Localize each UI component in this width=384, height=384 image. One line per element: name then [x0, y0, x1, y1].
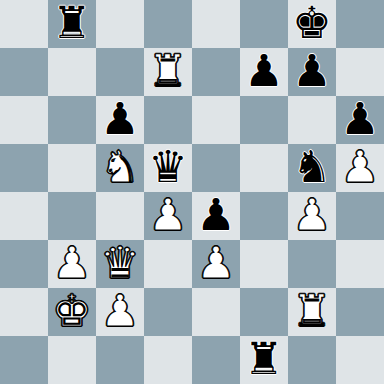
- square-g5[interactable]: ♞: [288, 144, 336, 192]
- square-d1[interactable]: [144, 336, 192, 384]
- chess-board: ♜♚♜♟♟♟♟♞♛♞♟♟♟♟♟♛♟♚♟♜♜: [0, 0, 384, 384]
- square-f8[interactable]: [240, 0, 288, 48]
- square-e4[interactable]: ♟: [192, 192, 240, 240]
- square-f1[interactable]: ♜: [240, 336, 288, 384]
- piece-black-queen[interactable]: ♛: [148, 145, 187, 189]
- square-e5[interactable]: [192, 144, 240, 192]
- square-f4[interactable]: [240, 192, 288, 240]
- square-a7[interactable]: [0, 48, 48, 96]
- square-d5[interactable]: ♛: [144, 144, 192, 192]
- square-a5[interactable]: [0, 144, 48, 192]
- piece-white-pawn[interactable]: ♟: [292, 193, 331, 237]
- square-a8[interactable]: [0, 0, 48, 48]
- square-g1[interactable]: [288, 336, 336, 384]
- square-h7[interactable]: [336, 48, 384, 96]
- square-h2[interactable]: [336, 288, 384, 336]
- square-d4[interactable]: ♟: [144, 192, 192, 240]
- piece-black-pawn[interactable]: ♟: [292, 49, 331, 93]
- square-c7[interactable]: [96, 48, 144, 96]
- piece-white-rook[interactable]: ♜: [148, 49, 187, 93]
- square-e2[interactable]: [192, 288, 240, 336]
- square-f6[interactable]: [240, 96, 288, 144]
- square-c6[interactable]: ♟: [96, 96, 144, 144]
- square-b2[interactable]: ♚: [48, 288, 96, 336]
- square-c5[interactable]: ♞: [96, 144, 144, 192]
- square-h8[interactable]: [336, 0, 384, 48]
- square-h4[interactable]: [336, 192, 384, 240]
- piece-white-rook[interactable]: ♜: [292, 289, 331, 333]
- square-c4[interactable]: [96, 192, 144, 240]
- square-c2[interactable]: ♟: [96, 288, 144, 336]
- square-d3[interactable]: [144, 240, 192, 288]
- square-a3[interactable]: [0, 240, 48, 288]
- square-b7[interactable]: [48, 48, 96, 96]
- square-h3[interactable]: [336, 240, 384, 288]
- square-b3[interactable]: ♟: [48, 240, 96, 288]
- square-f2[interactable]: [240, 288, 288, 336]
- square-h6[interactable]: ♟: [336, 96, 384, 144]
- square-g4[interactable]: ♟: [288, 192, 336, 240]
- piece-white-king[interactable]: ♚: [52, 289, 91, 333]
- square-e3[interactable]: ♟: [192, 240, 240, 288]
- square-b8[interactable]: ♜: [48, 0, 96, 48]
- square-g7[interactable]: ♟: [288, 48, 336, 96]
- square-d2[interactable]: [144, 288, 192, 336]
- square-a2[interactable]: [0, 288, 48, 336]
- square-c8[interactable]: [96, 0, 144, 48]
- piece-black-king[interactable]: ♚: [292, 1, 331, 45]
- square-b4[interactable]: [48, 192, 96, 240]
- square-d6[interactable]: [144, 96, 192, 144]
- piece-white-pawn[interactable]: ♟: [148, 193, 187, 237]
- square-e6[interactable]: [192, 96, 240, 144]
- square-a4[interactable]: [0, 192, 48, 240]
- square-b6[interactable]: [48, 96, 96, 144]
- piece-black-pawn[interactable]: ♟: [100, 97, 139, 141]
- square-g2[interactable]: ♜: [288, 288, 336, 336]
- square-d8[interactable]: [144, 0, 192, 48]
- square-f3[interactable]: [240, 240, 288, 288]
- square-e8[interactable]: [192, 0, 240, 48]
- piece-black-pawn[interactable]: ♟: [340, 97, 379, 141]
- piece-black-pawn[interactable]: ♟: [196, 193, 235, 237]
- square-d7[interactable]: ♜: [144, 48, 192, 96]
- piece-white-knight[interactable]: ♞: [100, 145, 139, 189]
- square-c3[interactable]: ♛: [96, 240, 144, 288]
- piece-black-rook[interactable]: ♜: [244, 337, 283, 381]
- piece-black-knight[interactable]: ♞: [292, 145, 331, 189]
- square-a6[interactable]: [0, 96, 48, 144]
- square-g3[interactable]: [288, 240, 336, 288]
- square-e7[interactable]: [192, 48, 240, 96]
- piece-black-rook[interactable]: ♜: [52, 1, 91, 45]
- square-h1[interactable]: [336, 336, 384, 384]
- square-f7[interactable]: ♟: [240, 48, 288, 96]
- piece-white-pawn[interactable]: ♟: [340, 145, 379, 189]
- piece-white-pawn[interactable]: ♟: [100, 289, 139, 333]
- square-g8[interactable]: ♚: [288, 0, 336, 48]
- piece-white-queen[interactable]: ♛: [100, 241, 139, 285]
- square-a1[interactable]: [0, 336, 48, 384]
- square-b5[interactable]: [48, 144, 96, 192]
- piece-black-pawn[interactable]: ♟: [244, 49, 283, 93]
- piece-white-pawn[interactable]: ♟: [196, 241, 235, 285]
- square-f5[interactable]: [240, 144, 288, 192]
- square-h5[interactable]: ♟: [336, 144, 384, 192]
- square-b1[interactable]: [48, 336, 96, 384]
- square-e1[interactable]: [192, 336, 240, 384]
- piece-white-pawn[interactable]: ♟: [52, 241, 91, 285]
- square-c1[interactable]: [96, 336, 144, 384]
- square-g6[interactable]: [288, 96, 336, 144]
